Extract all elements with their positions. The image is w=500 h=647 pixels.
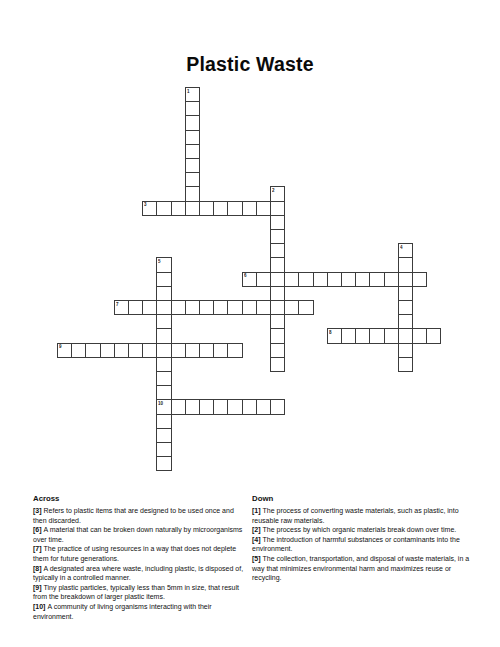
grid-cell[interactable]: [270, 243, 285, 258]
grid-cell[interactable]: [242, 399, 257, 414]
grid-cell[interactable]: [398, 314, 413, 329]
clue-number: 7: [116, 302, 119, 307]
grid-cell[interactable]: [270, 300, 285, 315]
clue-number: 6: [244, 273, 247, 278]
grid-cell[interactable]: [213, 343, 228, 358]
grid-cell[interactable]: [199, 343, 214, 358]
grid-cell[interactable]: [185, 201, 200, 216]
grid-cell[interactable]: 5: [156, 257, 171, 272]
grid-cell[interactable]: [185, 343, 200, 358]
grid-cell[interactable]: [398, 257, 413, 272]
grid-cell[interactable]: [270, 357, 285, 372]
grid-cell[interactable]: [355, 328, 370, 343]
clue-number: 1: [187, 89, 190, 94]
grid-cell[interactable]: [142, 300, 157, 315]
grid-cell[interactable]: [171, 399, 186, 414]
grid-cell[interactable]: [270, 399, 285, 414]
grid-cell[interactable]: [185, 300, 200, 315]
clue-number: 5: [158, 259, 161, 264]
grid-cell[interactable]: [185, 130, 200, 145]
grid-cell[interactable]: [227, 300, 242, 315]
grid-cell[interactable]: [142, 343, 157, 358]
grid-cell[interactable]: [270, 257, 285, 272]
grid-cell[interactable]: [156, 272, 171, 287]
clue: [7] The practice of using resources in a…: [33, 544, 248, 563]
grid-cell[interactable]: [341, 328, 356, 343]
grid-cell[interactable]: [156, 385, 171, 400]
clue-number: 8: [329, 330, 332, 335]
grid-cell[interactable]: [71, 343, 86, 358]
grid-cell[interactable]: [284, 272, 299, 287]
grid-cell[interactable]: [242, 300, 257, 315]
grid-cell[interactable]: [369, 272, 384, 287]
grid-cell[interactable]: [213, 399, 228, 414]
grid-cell[interactable]: [185, 101, 200, 116]
clue: [3] Refers to plastic items that are des…: [33, 506, 248, 525]
grid-cell[interactable]: [412, 328, 427, 343]
grid-cell[interactable]: [156, 442, 171, 457]
grid-cell[interactable]: [199, 399, 214, 414]
grid-cell[interactable]: [398, 357, 413, 372]
down-clue-list: [1] The process of converting waste mate…: [252, 506, 471, 583]
grid-cell[interactable]: [171, 201, 186, 216]
clue-number: 10: [158, 401, 163, 406]
grid-cell[interactable]: [256, 300, 271, 315]
grid-cell[interactable]: [156, 343, 171, 358]
clue: [5] The collection, transportation, and …: [252, 554, 471, 583]
grid-cell[interactable]: [185, 399, 200, 414]
grid-cell[interactable]: 6: [242, 272, 257, 287]
grid-cell[interactable]: [100, 343, 115, 358]
clue: [6] A material that can be broken down n…: [33, 525, 248, 544]
grid-cell[interactable]: [369, 328, 384, 343]
grid-cell[interactable]: [242, 201, 257, 216]
grid-cell[interactable]: 9: [57, 343, 72, 358]
grid-cell[interactable]: 4: [398, 243, 413, 258]
clue-number: 3: [144, 202, 147, 207]
grid-cell[interactable]: 3: [142, 201, 157, 216]
clue: [9] Tiny plastic particles, typically le…: [33, 583, 248, 602]
grid-cell[interactable]: [398, 272, 413, 287]
grid-cell[interactable]: [327, 272, 342, 287]
grid-cell[interactable]: 1: [185, 87, 200, 102]
grid-cell[interactable]: [156, 371, 171, 386]
grid-cell[interactable]: [85, 343, 100, 358]
grid-cell[interactable]: [156, 428, 171, 443]
grid-cell[interactable]: [270, 343, 285, 358]
grid-cell[interactable]: [128, 300, 143, 315]
clue-number: 4: [400, 245, 403, 250]
grid-cell[interactable]: [156, 201, 171, 216]
clue: [4] The introduction of harmful substanc…: [252, 535, 471, 554]
grid-cell[interactable]: [156, 286, 171, 301]
clue-number: 2: [272, 188, 275, 193]
grid-cell[interactable]: [270, 314, 285, 329]
grid-cell[interactable]: [213, 300, 228, 315]
across-clues-section: Across [3] Refers to plastic items that …: [33, 494, 248, 621]
grid-cell[interactable]: [171, 343, 186, 358]
across-clue-list: [3] Refers to plastic items that are des…: [33, 506, 248, 621]
grid-cell[interactable]: [270, 201, 285, 216]
page-title: Plastic Waste: [0, 53, 500, 76]
clue-number: 9: [59, 344, 62, 349]
clue: [1] The process of converting waste mate…: [252, 506, 471, 525]
grid-cell[interactable]: [398, 343, 413, 358]
grid-cell[interactable]: [256, 201, 271, 216]
grid-cell[interactable]: [412, 272, 427, 287]
grid-cell[interactable]: [199, 201, 214, 216]
grid-cell[interactable]: [156, 314, 171, 329]
grid-cell[interactable]: [426, 328, 441, 343]
clue: [10] A community of living organisms int…: [33, 602, 248, 621]
grid-cell[interactable]: [270, 215, 285, 230]
grid-cell[interactable]: [355, 272, 370, 287]
grid-cell[interactable]: [128, 343, 143, 358]
grid-cell[interactable]: [185, 186, 200, 201]
grid-cell[interactable]: 8: [327, 328, 342, 343]
grid-cell[interactable]: [156, 357, 171, 372]
grid-cell[interactable]: [256, 272, 271, 287]
grid-cell[interactable]: [384, 272, 399, 287]
grid-cell[interactable]: [156, 414, 171, 429]
grid-cell[interactable]: [199, 300, 214, 315]
grid-cell[interactable]: [270, 272, 285, 287]
grid-cell[interactable]: [156, 300, 171, 315]
grid-cell[interactable]: [185, 115, 200, 130]
grid-cell[interactable]: [398, 300, 413, 315]
down-header: Down: [252, 494, 471, 504]
grid-cell[interactable]: [185, 172, 200, 187]
down-clues-section: Down [1] The process of converting waste…: [252, 494, 471, 583]
grid-cell[interactable]: [213, 201, 228, 216]
clue: [8] A designated area where waste, inclu…: [33, 564, 248, 583]
grid-cell[interactable]: [270, 328, 285, 343]
grid-cell[interactable]: 10: [156, 399, 171, 414]
crossword-grid: 12345678910: [57, 87, 443, 473]
grid-cell[interactable]: [185, 144, 200, 159]
grid-cell[interactable]: 2: [270, 186, 285, 201]
grid-cell[interactable]: [114, 343, 129, 358]
grid-cell[interactable]: [156, 456, 171, 471]
across-header: Across: [33, 494, 248, 504]
grid-cell[interactable]: [398, 286, 413, 301]
grid-cell[interactable]: [256, 399, 271, 414]
grid-cell[interactable]: [284, 300, 299, 315]
grid-cell[interactable]: 7: [114, 300, 129, 315]
grid-cell[interactable]: [341, 272, 356, 287]
grid-cell[interactable]: [156, 328, 171, 343]
grid-cell[interactable]: [171, 300, 186, 315]
grid-cell[interactable]: [298, 272, 313, 287]
grid-cell[interactable]: [384, 328, 399, 343]
grid-cell[interactable]: [227, 399, 242, 414]
grid-cell[interactable]: [227, 343, 242, 358]
grid-cell[interactable]: [398, 328, 413, 343]
grid-cell[interactable]: [227, 201, 242, 216]
grid-cell[interactable]: [185, 158, 200, 173]
grid-cell[interactable]: [313, 272, 328, 287]
grid-cell[interactable]: [298, 300, 313, 315]
grid-cell[interactable]: [270, 229, 285, 244]
grid-cell[interactable]: [270, 286, 285, 301]
clue: [2] The process by which organic materia…: [252, 525, 471, 535]
